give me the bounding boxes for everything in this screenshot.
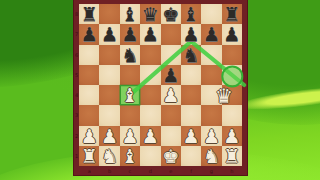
white-pawn[interactable]: ♟ — [183, 126, 200, 146]
black-pawn[interactable]: ♟ — [101, 24, 118, 44]
square-f8[interactable]: ♝ — [181, 4, 201, 24]
square-g5[interactable] — [201, 65, 221, 85]
square-f7[interactable]: ♟ — [181, 24, 201, 44]
square-b5[interactable] — [99, 65, 119, 85]
square-h6[interactable] — [222, 45, 242, 65]
white-knight[interactable]: ♞ — [203, 146, 220, 166]
black-king[interactable]: ♚ — [162, 4, 179, 24]
background-swoosh — [238, 82, 320, 114]
file-label-d: d — [149, 168, 152, 173]
white-rook[interactable]: ♜ — [223, 146, 240, 166]
square-b8[interactable] — [99, 4, 119, 24]
black-knight[interactable]: ♞ — [183, 45, 200, 65]
black-bishop[interactable]: ♝ — [121, 4, 138, 24]
rank-label-5: 5 — [75, 72, 78, 77]
file-label-a: a — [88, 168, 91, 173]
black-pawn[interactable]: ♟ — [162, 65, 179, 85]
square-d1[interactable] — [140, 146, 160, 166]
white-queen-moving-to-h5[interactable]: ♛ — [213, 85, 235, 107]
square-g1[interactable]: ♞ — [201, 146, 221, 166]
square-f6[interactable]: ♞ — [181, 45, 201, 65]
square-h7[interactable]: ♟ — [222, 24, 242, 44]
square-a7[interactable]: ♟ — [79, 24, 99, 44]
black-rook[interactable]: ♜ — [223, 4, 240, 24]
black-rook[interactable]: ♜ — [81, 4, 98, 24]
black-bishop[interactable]: ♝ — [183, 4, 200, 24]
square-a6[interactable] — [79, 45, 99, 65]
square-c4[interactable]: ♝ — [120, 85, 140, 105]
square-e1[interactable]: ♚ — [161, 146, 181, 166]
square-e6[interactable] — [161, 45, 181, 65]
square-c8[interactable]: ♝ — [120, 4, 140, 24]
white-rook[interactable]: ♜ — [81, 146, 98, 166]
square-e5[interactable]: ♟ — [161, 65, 181, 85]
black-pawn[interactable]: ♟ — [183, 24, 200, 44]
rank-label-2: 2 — [75, 133, 78, 138]
square-h8[interactable]: ♜ — [222, 4, 242, 24]
square-e8[interactable]: ♚ — [161, 4, 181, 24]
white-pawn[interactable]: ♟ — [101, 126, 118, 146]
square-b3[interactable] — [99, 105, 119, 125]
square-g8[interactable] — [201, 4, 221, 24]
rank-label-3: 3 — [75, 113, 78, 118]
square-b2[interactable]: ♟ — [99, 126, 119, 146]
square-a3[interactable] — [79, 105, 99, 125]
square-c2[interactable]: ♟ — [120, 126, 140, 146]
square-d8[interactable]: ♛ — [140, 4, 160, 24]
white-pawn[interactable]: ♟ — [223, 126, 240, 146]
black-pawn[interactable]: ♟ — [81, 24, 98, 44]
square-f1[interactable] — [181, 146, 201, 166]
black-queen[interactable]: ♛ — [142, 4, 159, 24]
square-a4[interactable] — [79, 85, 99, 105]
square-f2[interactable]: ♟ — [181, 126, 201, 146]
black-pawn[interactable]: ♟ — [203, 24, 220, 44]
white-pawn[interactable]: ♟ — [142, 126, 159, 146]
white-king[interactable]: ♚ — [162, 146, 179, 166]
file-label-c: c — [129, 168, 132, 173]
square-g7[interactable]: ♟ — [201, 24, 221, 44]
white-pawn[interactable]: ♟ — [162, 85, 179, 105]
square-g3[interactable] — [201, 105, 221, 125]
square-f4[interactable] — [181, 85, 201, 105]
square-c3[interactable] — [120, 105, 140, 125]
white-knight[interactable]: ♞ — [101, 146, 118, 166]
square-g2[interactable]: ♟ — [201, 126, 221, 146]
square-f5[interactable] — [181, 65, 201, 85]
black-pawn[interactable]: ♟ — [142, 24, 159, 44]
file-label-b: b — [108, 168, 111, 173]
file-label-f: f — [190, 168, 192, 173]
black-pawn[interactable]: ♟ — [223, 24, 240, 44]
square-e2[interactable] — [161, 126, 181, 146]
file-label-g: g — [210, 168, 213, 173]
square-f3[interactable] — [181, 105, 201, 125]
square-a5[interactable] — [79, 65, 99, 85]
square-h1[interactable]: ♜ — [222, 146, 242, 166]
square-d7[interactable]: ♟ — [140, 24, 160, 44]
white-pawn[interactable]: ♟ — [121, 126, 138, 146]
rank-label-7: 7 — [75, 32, 78, 37]
square-a8[interactable]: ♜ — [79, 4, 99, 24]
square-b4[interactable] — [99, 85, 119, 105]
square-d6[interactable] — [140, 45, 160, 65]
rank-label-8: 8 — [75, 12, 78, 17]
square-b1[interactable]: ♞ — [99, 146, 119, 166]
square-c7[interactable]: ♟ — [120, 24, 140, 44]
square-c5[interactable] — [120, 65, 140, 85]
black-knight[interactable]: ♞ — [121, 45, 138, 65]
square-a1[interactable]: ♜ — [79, 146, 99, 166]
black-pawn[interactable]: ♟ — [121, 24, 138, 44]
square-e7[interactable] — [161, 24, 181, 44]
square-h5[interactable] — [222, 65, 242, 85]
file-label-e: e — [169, 168, 172, 173]
white-pawn[interactable]: ♟ — [81, 126, 98, 146]
square-c1[interactable]: ♝ — [120, 146, 140, 166]
square-d4[interactable] — [140, 85, 160, 105]
video-frame: ♜♝♛♚♝♜♟♟♟♟♟♟♟♞♞♟♝♟♟♟♟♟♟♟♟♜♞♝♚♞♜ abcdefgh… — [0, 0, 320, 180]
white-bishop[interactable]: ♝ — [121, 146, 138, 166]
white-pawn[interactable]: ♟ — [203, 126, 220, 146]
square-b7[interactable]: ♟ — [99, 24, 119, 44]
square-c6[interactable]: ♞ — [120, 45, 140, 65]
square-a2[interactable]: ♟ — [79, 126, 99, 146]
rank-label-6: 6 — [75, 52, 78, 57]
square-d2[interactable]: ♟ — [140, 126, 160, 146]
square-h2[interactable]: ♟ — [222, 126, 242, 146]
file-label-h: h — [230, 168, 233, 173]
square-b6[interactable] — [99, 45, 119, 65]
white-bishop[interactable]: ♝ — [121, 85, 138, 105]
square-e4[interactable]: ♟ — [161, 85, 181, 105]
square-h3[interactable] — [222, 105, 242, 125]
rank-label-4: 4 — [75, 93, 78, 98]
rank-label-1: 1 — [75, 153, 78, 158]
square-g6[interactable] — [201, 45, 221, 65]
square-d3[interactable] — [140, 105, 160, 125]
square-d5[interactable] — [140, 65, 160, 85]
square-e3[interactable] — [161, 105, 181, 125]
